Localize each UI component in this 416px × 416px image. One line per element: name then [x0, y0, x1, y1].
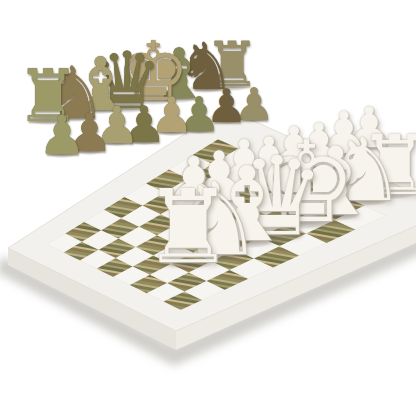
piece-contact-shadow — [29, 115, 67, 125]
piece-contact-shadow — [76, 147, 103, 154]
product-photo: ♜♞♝♚♛♝♞♟♜♟♟♟♟♟♟♟♟♟♟♟♟♟♜♟♞♟♟♝♚♛♝♞♜ — [0, 0, 416, 416]
piece-contact-shadow — [187, 127, 212, 134]
piece-contact-shadow — [227, 183, 261, 192]
piece-contact-shadow — [329, 149, 359, 157]
piece-contact-shadow — [159, 129, 184, 136]
piece-contact-shadow — [354, 143, 383, 151]
piece-contact-shadow — [343, 194, 388, 206]
piece-contact-shadow — [242, 116, 265, 122]
piece-contact-shadow — [176, 201, 212, 211]
piece-contact-shadow — [220, 233, 273, 247]
piece-contact-shadow — [104, 139, 131, 146]
piece-contact-shadow — [48, 150, 76, 158]
piece-contact-shadow — [131, 138, 157, 145]
